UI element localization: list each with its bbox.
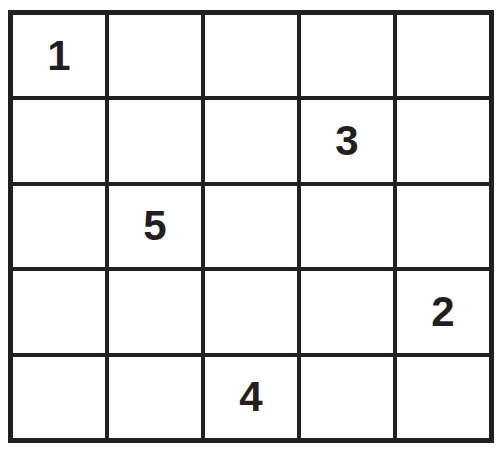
given-digit: 3 [335,120,358,162]
cell-r2c2[interactable] [109,100,201,181]
cell-r4c5[interactable]: 2 [397,271,489,352]
cell-r2c3[interactable] [205,100,297,181]
cell-r2c5[interactable] [397,100,489,181]
cell-r3c4[interactable] [301,186,393,267]
cell-r3c2[interactable]: 5 [109,186,201,267]
given-digit: 4 [239,376,262,418]
cell-r1c1[interactable]: 1 [13,15,105,96]
cell-r3c5[interactable] [397,186,489,267]
cell-r1c5[interactable] [397,15,489,96]
cell-r5c1[interactable] [13,357,105,438]
puzzle-page: 13524 [0,0,500,449]
cell-r3c3[interactable] [205,186,297,267]
cell-r4c1[interactable] [13,271,105,352]
given-digit: 1 [47,35,70,77]
cell-r1c3[interactable] [205,15,297,96]
cell-r5c2[interactable] [109,357,201,438]
cell-r3c1[interactable] [13,186,105,267]
cell-r1c4[interactable] [301,15,393,96]
cell-r2c4[interactable]: 3 [301,100,393,181]
cell-r5c4[interactable] [301,357,393,438]
cell-r4c2[interactable] [109,271,201,352]
cell-r4c4[interactable] [301,271,393,352]
cell-r5c3[interactable]: 4 [205,357,297,438]
given-digit: 2 [431,291,454,333]
cell-r5c5[interactable] [397,357,489,438]
cell-r4c3[interactable] [205,271,297,352]
cell-r2c1[interactable] [13,100,105,181]
given-digit: 5 [143,205,166,247]
cell-r1c2[interactable] [109,15,201,96]
latin-square-board: 13524 [8,10,494,443]
